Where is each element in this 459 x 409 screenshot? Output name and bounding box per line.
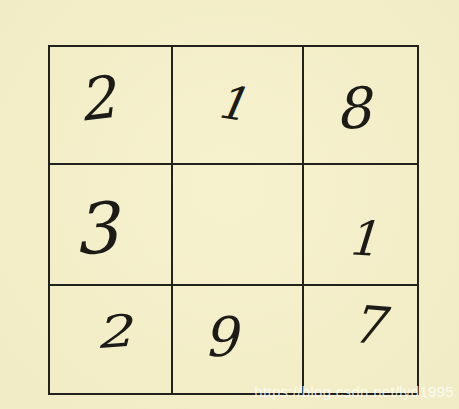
digit-r0c2: 8 xyxy=(333,80,372,138)
digit-r2c1: 9 xyxy=(202,310,238,365)
digit-r2c0: 2 xyxy=(94,308,133,354)
digit-r2c2: 7 xyxy=(349,297,386,352)
grid-board: 2 1 8 3 1 2 9 7 xyxy=(48,45,419,395)
cell-r1c1 xyxy=(173,165,304,287)
digit-r0c1: 1 xyxy=(213,78,249,128)
cell-r1c0: 3 xyxy=(50,165,173,287)
cell-r2c1: 9 xyxy=(173,286,304,393)
digit-r1c0: 3 xyxy=(71,193,119,265)
cell-r0c1: 1 xyxy=(173,47,304,165)
cell-r2c0: 2 xyxy=(50,286,173,393)
cell-r2c2: 7 xyxy=(304,286,417,393)
cell-r0c2: 8 xyxy=(304,47,417,165)
digit-r1c2: 1 xyxy=(346,214,379,264)
digit-r0c0: 2 xyxy=(75,68,119,130)
puzzle-image: 2 1 8 3 1 2 9 7 https://blog.csdn.net/ly… xyxy=(0,0,459,409)
cell-r0c0: 2 xyxy=(50,47,173,165)
cell-r1c2: 1 xyxy=(304,165,417,287)
